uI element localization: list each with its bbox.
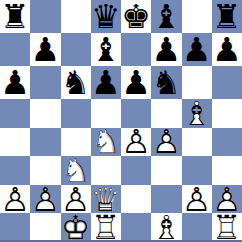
piece-black-pawn-e6[interactable]: ♟ xyxy=(121,66,151,99)
chess-board: ♜♛♚♝♜♟♝♟♟♟♟♞♟♟♞♝♗♞♘♟♙♟♙♞♘♟♙♟♙♟♙♛♕♟♙♟♙♚♔♜… xyxy=(0,0,242,242)
square-f4[interactable]: ♟♙ xyxy=(151,128,181,157)
square-b4[interactable] xyxy=(30,128,60,157)
piece-white-bishop-g5[interactable]: ♝♗ xyxy=(182,99,212,128)
square-b2[interactable]: ♟♙ xyxy=(30,185,60,214)
square-g1[interactable] xyxy=(182,213,212,242)
square-e7[interactable] xyxy=(121,33,151,66)
white-piece-outline: ♖ xyxy=(91,213,121,242)
square-h4[interactable] xyxy=(212,128,242,157)
piece-black-bishop-f8[interactable]: ♝ xyxy=(151,0,181,33)
white-piece-outline: ♔ xyxy=(61,213,91,242)
piece-black-rook-h8[interactable]: ♜ xyxy=(212,0,242,33)
piece-white-pawn-e4[interactable]: ♟♙ xyxy=(121,128,151,157)
square-e3[interactable] xyxy=(121,156,151,185)
square-d7[interactable]: ♝ xyxy=(91,33,121,66)
piece-black-knight-f6[interactable]: ♞ xyxy=(151,66,181,99)
square-d8[interactable]: ♛ xyxy=(91,0,121,33)
white-piece-outline: ♙ xyxy=(151,128,181,157)
piece-white-knight-d4[interactable]: ♞♘ xyxy=(91,128,121,157)
square-f6[interactable]: ♞ xyxy=(151,66,181,99)
piece-white-pawn-a2[interactable]: ♟♙ xyxy=(0,185,30,214)
piece-black-pawn-d6[interactable]: ♟ xyxy=(91,66,121,99)
square-h8[interactable]: ♜ xyxy=(212,0,242,33)
square-a6[interactable]: ♟ xyxy=(0,66,30,99)
square-d1[interactable]: ♜♖ xyxy=(91,213,121,242)
white-piece-outline: ♙ xyxy=(0,185,30,214)
piece-white-pawn-f4[interactable]: ♟♙ xyxy=(151,128,181,157)
square-a7[interactable] xyxy=(0,33,30,66)
square-a5[interactable] xyxy=(0,99,30,128)
square-h6[interactable] xyxy=(212,66,242,99)
square-b7[interactable]: ♟ xyxy=(30,33,60,66)
square-e8[interactable]: ♚ xyxy=(121,0,151,33)
square-c8[interactable] xyxy=(61,0,91,33)
square-b8[interactable] xyxy=(30,0,60,33)
piece-white-rook-d1[interactable]: ♜♖ xyxy=(91,213,121,242)
square-a8[interactable]: ♜ xyxy=(0,0,30,33)
square-c6[interactable]: ♞ xyxy=(61,66,91,99)
square-a2[interactable]: ♟♙ xyxy=(0,185,30,214)
square-b6[interactable] xyxy=(30,66,60,99)
piece-black-pawn-h7[interactable]: ♟ xyxy=(212,33,242,66)
white-piece-outline: ♙ xyxy=(121,128,151,157)
square-c5[interactable] xyxy=(61,99,91,128)
piece-black-pawn-b7[interactable]: ♟ xyxy=(30,33,60,66)
piece-black-queen-d8[interactable]: ♛ xyxy=(91,0,121,33)
piece-black-pawn-a6[interactable]: ♟ xyxy=(0,66,30,99)
square-a4[interactable] xyxy=(0,128,30,157)
square-g7[interactable]: ♟ xyxy=(182,33,212,66)
square-f7[interactable]: ♟ xyxy=(151,33,181,66)
piece-white-rook-h1[interactable]: ♜♖ xyxy=(212,213,242,242)
square-c7[interactable] xyxy=(61,33,91,66)
square-g4[interactable] xyxy=(182,128,212,157)
white-piece-outline: ♖ xyxy=(212,213,242,242)
square-e4[interactable]: ♟♙ xyxy=(121,128,151,157)
piece-black-pawn-g7[interactable]: ♟ xyxy=(182,33,212,66)
piece-white-king-c1[interactable]: ♚♔ xyxy=(61,213,91,242)
square-e6[interactable]: ♟ xyxy=(121,66,151,99)
square-g2[interactable]: ♟♙ xyxy=(182,185,212,214)
square-d6[interactable]: ♟ xyxy=(91,66,121,99)
white-piece-outline: ♗ xyxy=(182,99,212,128)
white-piece-outline: ♗ xyxy=(151,213,181,242)
square-e1[interactable] xyxy=(121,213,151,242)
white-piece-outline: ♙ xyxy=(30,185,60,214)
square-b1[interactable] xyxy=(30,213,60,242)
square-g8[interactable] xyxy=(182,0,212,33)
white-piece-outline: ♙ xyxy=(182,185,212,214)
piece-white-pawn-b2[interactable]: ♟♙ xyxy=(30,185,60,214)
piece-black-pawn-f7[interactable]: ♟ xyxy=(151,33,181,66)
square-g5[interactable]: ♝♗ xyxy=(182,99,212,128)
square-h5[interactable] xyxy=(212,99,242,128)
square-a1[interactable] xyxy=(0,213,30,242)
square-c1[interactable]: ♚♔ xyxy=(61,213,91,242)
square-h1[interactable]: ♜♖ xyxy=(212,213,242,242)
square-f8[interactable]: ♝ xyxy=(151,0,181,33)
piece-white-pawn-g2[interactable]: ♟♙ xyxy=(182,185,212,214)
square-f1[interactable]: ♝♗ xyxy=(151,213,181,242)
piece-white-bishop-f1[interactable]: ♝♗ xyxy=(151,213,181,242)
piece-black-king-e8[interactable]: ♚ xyxy=(121,0,151,33)
piece-black-bishop-d7[interactable]: ♝ xyxy=(91,33,121,66)
square-d4[interactable]: ♞♘ xyxy=(91,128,121,157)
square-b5[interactable] xyxy=(30,99,60,128)
piece-black-rook-a8[interactable]: ♜ xyxy=(0,0,30,33)
white-piece-outline: ♘ xyxy=(91,128,121,157)
square-h7[interactable]: ♟ xyxy=(212,33,242,66)
square-f3[interactable] xyxy=(151,156,181,185)
piece-black-knight-c6[interactable]: ♞ xyxy=(61,66,91,99)
square-e2[interactable] xyxy=(121,185,151,214)
